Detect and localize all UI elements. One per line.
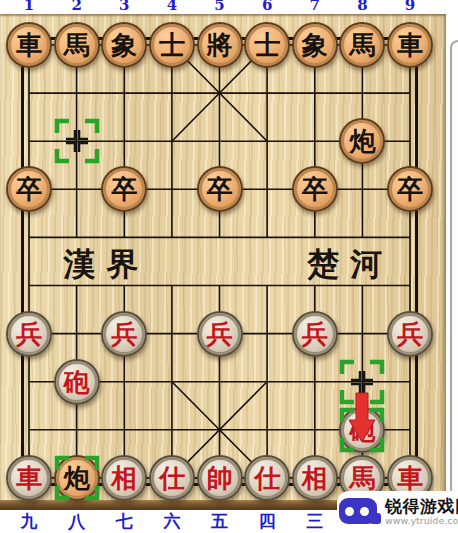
piece-black-file5-row0[interactable]: 將 [197, 22, 243, 68]
file-label-top-2: 2 [71, 0, 81, 13]
watermark-url: www.ytruide.com [385, 516, 458, 526]
side-panel-edge [450, 40, 458, 533]
file-label-top-6: 6 [262, 0, 272, 13]
river-label-right: 楚 河 [307, 243, 382, 287]
file-label-bottom-2: 八 [68, 511, 85, 531]
move-origin-marker [339, 359, 385, 405]
piece-red-file4-row9[interactable]: 仕 [149, 455, 195, 501]
river-label-left: 漢 界 [63, 243, 138, 287]
piece-red-file1-row6[interactable]: 兵 [6, 311, 52, 357]
piece-black-file2-row0[interactable]: 馬 [54, 22, 100, 68]
piece-black-file6-row0[interactable]: 士 [244, 22, 290, 68]
gamepad-logo-icon [339, 498, 381, 526]
file-label-top-4: 4 [167, 0, 177, 13]
piece-red-file8-row8[interactable]: 砲 [339, 407, 385, 453]
xiangqi-board[interactable]: 漢 界 楚 河 車馬象士將士象馬車炮卒卒卒卒卒兵兵兵兵兵砲砲車炮相仕帥仕相馬車 [0, 14, 446, 510]
file-label-top-1: 1 [24, 0, 34, 13]
file-label-bottom-7: 三 [306, 511, 323, 531]
piece-black-file7-row0[interactable]: 象 [292, 22, 338, 68]
watermark-site-name: 锐得游戏网 [385, 498, 458, 516]
piece-black-file8-row0[interactable]: 馬 [339, 22, 385, 68]
piece-red-file5-row9[interactable]: 帥 [197, 455, 243, 501]
piece-red-file6-row9[interactable]: 仕 [244, 455, 290, 501]
file-label-top-3: 3 [119, 0, 129, 13]
piece-red-file1-row9[interactable]: 車 [6, 455, 52, 501]
piece-black-file8-row2[interactable]: 炮 [339, 118, 385, 164]
piece-black-file1-row0[interactable]: 車 [6, 22, 52, 68]
move-origin-marker [54, 118, 100, 164]
piece-black-file4-row0[interactable]: 士 [149, 22, 195, 68]
file-label-top-8: 8 [357, 0, 367, 13]
xiangqi-app: 123456789 漢 界 楚 河 車馬象士將士象馬車炮卒卒卒卒卒兵兵兵兵兵砲砲… [0, 0, 458, 533]
file-label-bottom-4: 六 [163, 511, 180, 531]
file-label-bottom-5: 五 [211, 511, 228, 531]
file-label-top-5: 5 [214, 0, 224, 13]
piece-red-file2-row7[interactable]: 砲 [54, 359, 100, 405]
file-label-bottom-3: 七 [116, 511, 133, 531]
piece-black-file9-row0[interactable]: 車 [387, 22, 433, 68]
piece-black-file3-row0[interactable]: 象 [101, 22, 147, 68]
piece-red-file7-row9[interactable]: 相 [292, 455, 338, 501]
piece-black-file5-row3[interactable]: 卒 [197, 166, 243, 212]
piece-black-file3-row3[interactable]: 卒 [101, 166, 147, 212]
piece-black-file2-row9[interactable]: 炮 [54, 455, 100, 501]
piece-red-file3-row9[interactable]: 相 [101, 455, 147, 501]
file-label-bottom-6: 四 [259, 511, 276, 531]
piece-red-file5-row6[interactable]: 兵 [197, 311, 243, 357]
piece-red-file3-row6[interactable]: 兵 [101, 311, 147, 357]
piece-black-file1-row3[interactable]: 卒 [6, 166, 52, 212]
piece-red-file7-row6[interactable]: 兵 [292, 311, 338, 357]
piece-black-file7-row3[interactable]: 卒 [292, 166, 338, 212]
piece-red-file9-row6[interactable]: 兵 [387, 311, 433, 357]
piece-black-file9-row3[interactable]: 卒 [387, 166, 433, 212]
file-label-top-9: 9 [405, 0, 415, 13]
file-label-top-7: 7 [310, 0, 320, 13]
watermark: 锐得游戏网 www.ytruide.com [337, 491, 458, 533]
file-label-bottom-1: 九 [21, 511, 38, 531]
